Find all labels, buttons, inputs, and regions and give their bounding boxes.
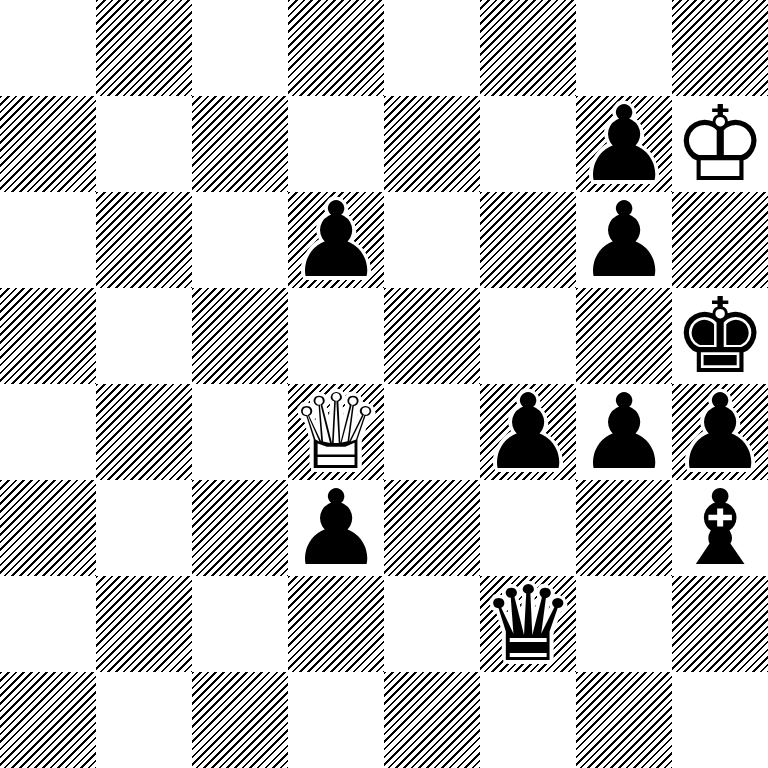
square-g1[interactable] — [576, 672, 672, 768]
square-e6[interactable] — [384, 192, 480, 288]
square-h2[interactable] — [672, 576, 768, 672]
square-g5[interactable] — [576, 288, 672, 384]
square-f3[interactable] — [480, 480, 576, 576]
square-a3[interactable] — [0, 480, 96, 576]
square-h5[interactable]: ♚ — [672, 288, 768, 384]
square-e8[interactable] — [384, 0, 480, 96]
square-d7[interactable] — [288, 96, 384, 192]
square-g3[interactable] — [576, 480, 672, 576]
black-pawn[interactable]: ♟ — [480, 384, 576, 480]
square-e3[interactable] — [384, 480, 480, 576]
square-c7[interactable] — [192, 96, 288, 192]
black-king[interactable]: ♚ — [672, 288, 768, 384]
white-king[interactable]: ♚♔ — [672, 96, 768, 192]
black-pawn[interactable]: ♟ — [576, 384, 672, 480]
queen-outline-glyph: ♕ — [288, 384, 384, 480]
square-d4[interactable]: ♛♕ — [288, 384, 384, 480]
square-d2[interactable] — [288, 576, 384, 672]
square-b8[interactable] — [96, 0, 192, 96]
square-a6[interactable] — [0, 192, 96, 288]
square-b3[interactable] — [96, 480, 192, 576]
square-b2[interactable] — [96, 576, 192, 672]
square-a7[interactable] — [0, 96, 96, 192]
square-e4[interactable] — [384, 384, 480, 480]
square-b7[interactable] — [96, 96, 192, 192]
black-pawn[interactable]: ♟ — [288, 192, 384, 288]
square-e2[interactable] — [384, 576, 480, 672]
square-c8[interactable] — [192, 0, 288, 96]
square-c2[interactable] — [192, 576, 288, 672]
square-g6[interactable]: ♟ — [576, 192, 672, 288]
square-f1[interactable] — [480, 672, 576, 768]
square-f5[interactable] — [480, 288, 576, 384]
pawn-glyph: ♟ — [576, 96, 672, 192]
square-h6[interactable] — [672, 192, 768, 288]
black-pawn[interactable]: ♟ — [672, 384, 768, 480]
square-f2[interactable]: ♛ — [480, 576, 576, 672]
queen-glyph: ♛ — [480, 576, 576, 672]
square-h1[interactable] — [672, 672, 768, 768]
square-h8[interactable] — [672, 0, 768, 96]
black-bishop[interactable]: ♝ — [672, 480, 768, 576]
square-g4[interactable]: ♟ — [576, 384, 672, 480]
square-f6[interactable] — [480, 192, 576, 288]
square-h3[interactable]: ♝ — [672, 480, 768, 576]
black-pawn[interactable]: ♟ — [576, 96, 672, 192]
square-g2[interactable] — [576, 576, 672, 672]
square-h7[interactable]: ♚♔ — [672, 96, 768, 192]
square-b5[interactable] — [96, 288, 192, 384]
chess-board: ♟♚♔♟♟♚♛♕♟♟♟♟♝♛ — [0, 0, 768, 768]
square-c6[interactable] — [192, 192, 288, 288]
square-f4[interactable]: ♟ — [480, 384, 576, 480]
square-d6[interactable]: ♟ — [288, 192, 384, 288]
king-outline-glyph: ♔ — [672, 96, 768, 192]
square-e5[interactable] — [384, 288, 480, 384]
king-glyph: ♚ — [672, 288, 768, 384]
square-c5[interactable] — [192, 288, 288, 384]
black-queen[interactable]: ♛ — [480, 576, 576, 672]
pawn-glyph: ♟ — [576, 384, 672, 480]
square-b6[interactable] — [96, 192, 192, 288]
pawn-glyph: ♟ — [288, 192, 384, 288]
square-c4[interactable] — [192, 384, 288, 480]
white-queen[interactable]: ♛♕ — [288, 384, 384, 480]
square-d8[interactable] — [288, 0, 384, 96]
square-b1[interactable] — [96, 672, 192, 768]
square-c3[interactable] — [192, 480, 288, 576]
square-b4[interactable] — [96, 384, 192, 480]
pawn-glyph: ♟ — [576, 192, 672, 288]
square-a8[interactable] — [0, 0, 96, 96]
square-g7[interactable]: ♟ — [576, 96, 672, 192]
square-f7[interactable] — [480, 96, 576, 192]
pawn-glyph: ♟ — [480, 384, 576, 480]
square-h4[interactable]: ♟ — [672, 384, 768, 480]
square-e7[interactable] — [384, 96, 480, 192]
square-e1[interactable] — [384, 672, 480, 768]
square-f8[interactable] — [480, 0, 576, 96]
square-g8[interactable] — [576, 0, 672, 96]
square-a4[interactable] — [0, 384, 96, 480]
black-pawn[interactable]: ♟ — [576, 192, 672, 288]
black-pawn[interactable]: ♟ — [288, 480, 384, 576]
pawn-glyph: ♟ — [288, 480, 384, 576]
square-a5[interactable] — [0, 288, 96, 384]
pawn-glyph: ♟ — [672, 384, 768, 480]
square-c1[interactable] — [192, 672, 288, 768]
square-d3[interactable]: ♟ — [288, 480, 384, 576]
square-d1[interactable] — [288, 672, 384, 768]
bishop-glyph: ♝ — [672, 480, 768, 576]
square-a1[interactable] — [0, 672, 96, 768]
square-d5[interactable] — [288, 288, 384, 384]
square-a2[interactable] — [0, 576, 96, 672]
